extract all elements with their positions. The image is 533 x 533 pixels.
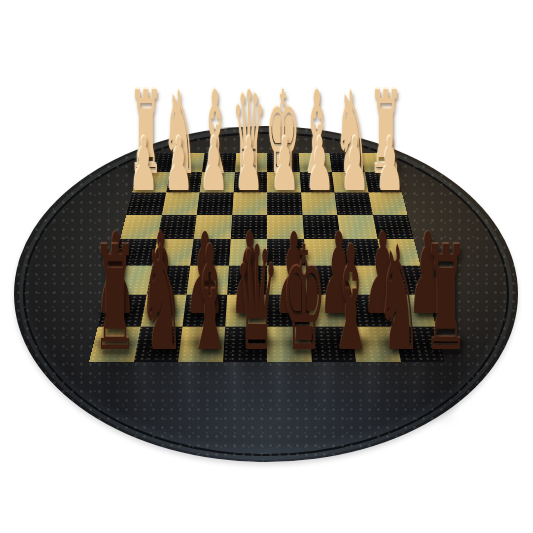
square-4-5 xyxy=(304,239,344,266)
square-3-3 xyxy=(230,215,267,239)
square-2-2 xyxy=(197,192,234,214)
square-6-3 xyxy=(225,295,267,327)
square-4-7 xyxy=(377,239,420,266)
square-7-6 xyxy=(352,327,401,362)
square-6-7 xyxy=(388,295,436,327)
square-1-2 xyxy=(200,172,235,193)
square-2-1 xyxy=(162,192,200,214)
square-6-1 xyxy=(140,295,186,327)
square-5-1 xyxy=(146,266,190,295)
square-3-7 xyxy=(372,215,413,239)
square-0-2 xyxy=(202,153,236,172)
square-6-6 xyxy=(347,295,393,327)
square-1-3 xyxy=(233,172,267,193)
square-5-5 xyxy=(305,266,347,295)
square-4-2 xyxy=(190,239,230,266)
square-4-1 xyxy=(152,239,194,266)
square-3-2 xyxy=(194,215,232,239)
square-1-0 xyxy=(132,172,170,193)
square-5-2 xyxy=(187,266,229,295)
square-6-0 xyxy=(98,295,146,327)
square-5-7 xyxy=(382,266,428,295)
square-3-0 xyxy=(120,215,161,239)
square-4-0 xyxy=(114,239,157,266)
square-1-1 xyxy=(166,172,202,193)
square-7-3 xyxy=(223,327,268,362)
square-1-7 xyxy=(364,172,402,193)
square-6-4 xyxy=(267,295,309,327)
square-7-0 xyxy=(89,327,140,362)
square-2-4 xyxy=(267,192,302,214)
square-3-1 xyxy=(157,215,197,239)
square-7-1 xyxy=(134,327,183,362)
square-1-6 xyxy=(332,172,368,193)
chessboard-grid xyxy=(89,153,445,362)
square-3-6 xyxy=(337,215,377,239)
square-4-6 xyxy=(340,239,382,266)
square-7-4 xyxy=(267,327,312,362)
square-7-7 xyxy=(394,327,445,362)
square-2-6 xyxy=(334,192,372,214)
square-0-4 xyxy=(267,153,299,172)
chessboard xyxy=(89,153,445,362)
square-0-7 xyxy=(361,153,397,172)
square-6-2 xyxy=(182,295,226,327)
square-5-0 xyxy=(106,266,152,295)
square-0-1 xyxy=(170,153,205,172)
square-1-5 xyxy=(299,172,334,193)
square-2-0 xyxy=(126,192,165,214)
square-2-5 xyxy=(301,192,338,214)
square-2-7 xyxy=(368,192,407,214)
square-1-4 xyxy=(267,172,301,193)
square-3-4 xyxy=(267,215,304,239)
square-0-6 xyxy=(329,153,364,172)
square-3-5 xyxy=(302,215,340,239)
square-6-5 xyxy=(307,295,351,327)
square-2-3 xyxy=(232,192,267,214)
square-7-2 xyxy=(178,327,225,362)
square-4-3 xyxy=(229,239,267,266)
square-0-5 xyxy=(298,153,332,172)
board-photo: ♜♞♝♛♚♝♞♜♟♟♟♟♟♟♟♟♟♟♟♟♟♟♟♟♜♞♝♛♚♝♞♜ xyxy=(0,0,533,533)
square-0-0 xyxy=(137,153,173,172)
square-5-3 xyxy=(227,266,267,295)
square-5-6 xyxy=(344,266,388,295)
square-7-5 xyxy=(309,327,356,362)
square-0-3 xyxy=(235,153,267,172)
square-4-4 xyxy=(267,239,305,266)
square-5-4 xyxy=(267,266,307,295)
